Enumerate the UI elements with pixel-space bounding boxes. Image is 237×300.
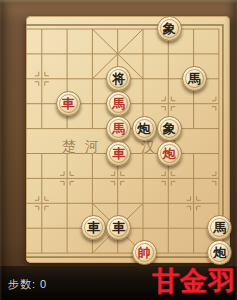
piece-glyph: 馬 — [112, 97, 125, 110]
piece-glyph: 車 — [112, 221, 125, 234]
piece-glyph: 馬 — [213, 221, 226, 234]
watermark-logo: 甘金羽 — [152, 263, 236, 299]
move-counter: 步数:0 — [8, 277, 47, 292]
piece-glyph: 車 — [112, 147, 125, 160]
piece-black-cannon[interactable]: 炮 — [132, 116, 157, 141]
piece-red-horse[interactable]: 馬 — [106, 91, 131, 116]
piece-glyph: 炮 — [213, 246, 226, 259]
piece-black-elephant[interactable]: 象 — [157, 116, 182, 141]
piece-glyph: 炮 — [163, 147, 176, 160]
move-counter-label: 步数: — [8, 278, 36, 290]
piece-red-horse[interactable]: 馬 — [106, 116, 131, 141]
piece-red-cannon[interactable]: 炮 — [157, 141, 182, 166]
piece-glyph: 馬 — [188, 72, 201, 85]
piece-glyph: 馬 — [112, 122, 125, 135]
app-window: 楚河 汉界 象将馬車馬馬炮象車炮車車馬帥炮 步数:0 甘金羽 — [0, 0, 237, 300]
piece-glyph: 象 — [163, 122, 176, 135]
piece-black-horse[interactable]: 馬 — [182, 66, 207, 91]
piece-glyph: 将 — [112, 72, 125, 85]
piece-glyph: 炮 — [138, 122, 151, 135]
piece-red-general[interactable]: 帥 — [132, 240, 157, 265]
river-label-left: 楚河 — [62, 138, 108, 156]
piece-glyph: 車 — [87, 221, 100, 234]
piece-red-chariot[interactable]: 車 — [56, 91, 81, 116]
piece-black-elephant[interactable]: 象 — [157, 16, 182, 41]
piece-black-general[interactable]: 将 — [106, 66, 131, 91]
piece-glyph: 帥 — [138, 246, 151, 259]
move-counter-value: 0 — [40, 278, 47, 290]
piece-glyph: 車 — [62, 97, 75, 110]
piece-black-chariot[interactable]: 車 — [81, 215, 106, 240]
piece-red-chariot[interactable]: 車 — [106, 141, 131, 166]
piece-glyph: 象 — [163, 22, 176, 35]
